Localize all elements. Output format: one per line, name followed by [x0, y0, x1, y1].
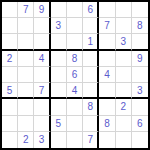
cell-r6c4[interactable] [51, 83, 67, 99]
cell-r6c5: 4 [67, 83, 83, 99]
cell-r7c3[interactable] [34, 99, 50, 115]
cell-r4c8[interactable] [116, 51, 132, 67]
cell-r3c3[interactable] [34, 34, 50, 50]
cell-r8c8[interactable] [116, 116, 132, 132]
cell-r5c5: 6 [67, 67, 83, 83]
cell-r4c2[interactable] [18, 51, 34, 67]
cell-r8c5[interactable] [67, 116, 83, 132]
cell-r8c2[interactable] [18, 116, 34, 132]
cell-r2c2[interactable] [18, 18, 34, 34]
cell-r4c3: 4 [34, 51, 50, 67]
cell-r9c2: 2 [18, 132, 34, 148]
cell-r4c5: 8 [67, 51, 83, 67]
cell-r8c1[interactable] [2, 116, 18, 132]
cell-r8c7: 8 [99, 116, 115, 132]
cell-r2c5[interactable] [67, 18, 83, 34]
cell-r4c1: 2 [2, 51, 18, 67]
cell-r6c7[interactable] [99, 83, 115, 99]
cell-r2c9: 8 [132, 18, 148, 34]
cell-r5c7: 4 [99, 67, 115, 83]
cell-r1c6: 6 [83, 2, 99, 18]
cell-r9c3: 3 [34, 132, 50, 148]
cell-r9c4[interactable] [51, 132, 67, 148]
cell-r9c5[interactable] [67, 132, 83, 148]
cell-r1c3: 9 [34, 2, 50, 18]
cell-r7c8: 2 [116, 99, 132, 115]
cell-r9c6: 7 [83, 132, 99, 148]
cell-r2c4: 3 [51, 18, 67, 34]
cell-r6c3: 7 [34, 83, 50, 99]
cell-r7c4[interactable] [51, 99, 67, 115]
cell-r3c2[interactable] [18, 34, 34, 50]
cell-r3c5[interactable] [67, 34, 83, 50]
cell-r7c9[interactable] [132, 99, 148, 115]
cell-r1c7[interactable] [99, 2, 115, 18]
cell-r7c6: 8 [83, 99, 99, 115]
cell-r7c1[interactable] [2, 99, 18, 115]
cell-r9c7[interactable] [99, 132, 115, 148]
cell-r5c9[interactable] [132, 67, 148, 83]
cell-r5c2[interactable] [18, 67, 34, 83]
cell-r1c4[interactable] [51, 2, 67, 18]
sudoku-board: 79637813248964574382586237 [0, 0, 150, 150]
cell-r4c4[interactable] [51, 51, 67, 67]
cell-r5c6[interactable] [83, 67, 99, 83]
cell-r2c7: 7 [99, 18, 115, 34]
cell-r8c4: 5 [51, 116, 67, 132]
cell-r8c6[interactable] [83, 116, 99, 132]
cell-r7c5[interactable] [67, 99, 83, 115]
cell-r1c2: 7 [18, 2, 34, 18]
cell-r9c9[interactable] [132, 132, 148, 148]
cell-r5c4[interactable] [51, 67, 67, 83]
cell-r6c6[interactable] [83, 83, 99, 99]
cell-r5c3[interactable] [34, 67, 50, 83]
cell-r3c9[interactable] [132, 34, 148, 50]
cell-r6c9: 3 [132, 83, 148, 99]
cell-r3c8: 3 [116, 34, 132, 50]
cell-r5c8[interactable] [116, 67, 132, 83]
cell-r8c9: 6 [132, 116, 148, 132]
cell-r3c4[interactable] [51, 34, 67, 50]
cell-r2c6[interactable] [83, 18, 99, 34]
cell-r2c1[interactable] [2, 18, 18, 34]
cell-r4c9: 9 [132, 51, 148, 67]
cell-r7c2[interactable] [18, 99, 34, 115]
cell-r3c1[interactable] [2, 34, 18, 50]
cell-r9c1[interactable] [2, 132, 18, 148]
cell-r8c3[interactable] [34, 116, 50, 132]
cell-r1c9[interactable] [132, 2, 148, 18]
cell-r2c8[interactable] [116, 18, 132, 34]
cell-r9c8[interactable] [116, 132, 132, 148]
cell-r4c7[interactable] [99, 51, 115, 67]
cell-r6c1: 5 [2, 83, 18, 99]
cell-r6c8[interactable] [116, 83, 132, 99]
cell-r2c3[interactable] [34, 18, 50, 34]
cell-r3c7[interactable] [99, 34, 115, 50]
cell-r3c6: 1 [83, 34, 99, 50]
cell-r1c5[interactable] [67, 2, 83, 18]
cell-r1c8[interactable] [116, 2, 132, 18]
cell-r7c7[interactable] [99, 99, 115, 115]
cell-r6c2[interactable] [18, 83, 34, 99]
cell-r5c1[interactable] [2, 67, 18, 83]
cell-r1c1[interactable] [2, 2, 18, 18]
cell-r4c6[interactable] [83, 51, 99, 67]
